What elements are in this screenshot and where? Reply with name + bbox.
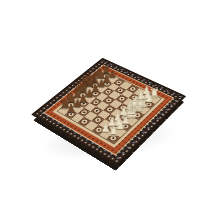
piece-white-rook: ♜ <box>101 125 125 138</box>
scene: ♜♞♝♛♚♝♞♜♟♟♟♟♟♟♟♟♟♟♟♟♟♟♟♟♜♞♝♛♚♝♞♜ <box>0 0 200 200</box>
chess-board: ♜♞♝♛♚♝♞♜♟♟♟♟♟♟♟♟♟♟♟♟♟♟♟♟♜♞♝♛♚♝♞♜ <box>31 58 184 165</box>
mosaic-border: ♜♞♝♛♚♝♞♜♟♟♟♟♟♟♟♟♟♟♟♟♟♟♟♟♜♞♝♛♚♝♞♜ <box>31 58 186 166</box>
product-photo: ♜♞♝♛♚♝♞♜♟♟♟♟♟♟♟♟♟♟♟♟♟♟♟♟♜♞♝♛♚♝♞♜ <box>0 0 200 200</box>
square-a1: ♜ <box>106 133 120 143</box>
inner-margin: ♜♞♝♛♚♝♞♜♟♟♟♟♟♟♟♟♟♟♟♟♟♟♟♟♜♞♝♛♚♝♞♜ <box>53 70 165 148</box>
piece-black-pawn: ♟ <box>59 104 82 114</box>
red-border: ♜♞♝♛♚♝♞♜♟♟♟♟♟♟♟♟♟♟♟♟♟♟♟♟♜♞♝♛♚♝♞♜ <box>43 65 174 156</box>
board-grid: ♜♞♝♛♚♝♞♜♟♟♟♟♟♟♟♟♟♟♟♟♟♟♟♟♜♞♝♛♚♝♞♜ <box>58 72 161 143</box>
